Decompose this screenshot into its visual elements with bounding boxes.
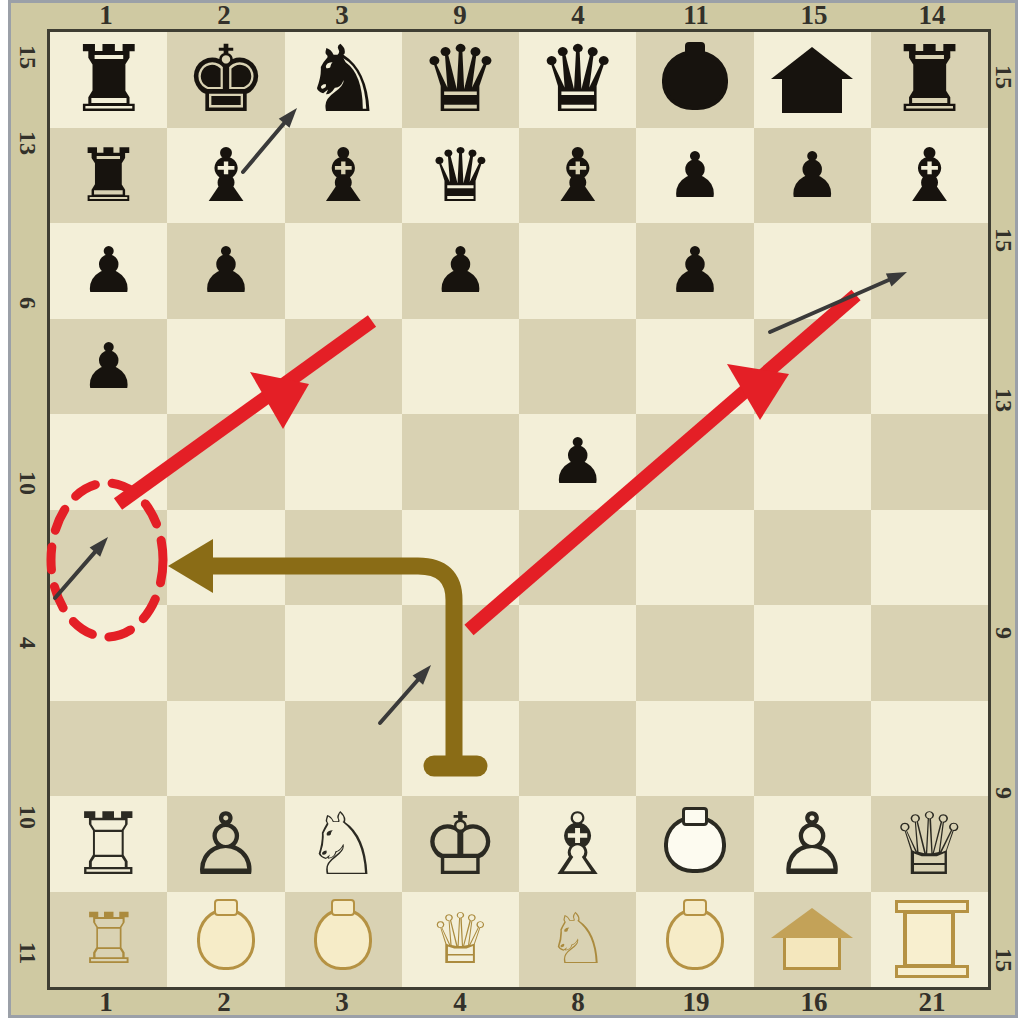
square-r6c1[interactable] xyxy=(50,510,167,606)
coord-right-3: 13 xyxy=(989,384,1019,416)
square-r2c8[interactable]: ♝ xyxy=(871,128,988,224)
square-r5c1[interactable] xyxy=(50,414,167,510)
piece-black-pawn[interactable]: ♟ xyxy=(784,144,840,207)
piece-black-knight[interactable]: ♞ xyxy=(302,34,384,126)
piece-white-bag[interactable] xyxy=(664,815,726,873)
square-r7c6[interactable] xyxy=(636,605,753,701)
square-r6c4[interactable] xyxy=(402,510,519,606)
square-r8c7[interactable] xyxy=(754,701,871,797)
coord-left-1: 15 xyxy=(13,41,43,73)
square-r5c7[interactable] xyxy=(754,414,871,510)
piece-white-king[interactable]: ♔ xyxy=(422,801,499,887)
square-r5c6[interactable] xyxy=(636,414,753,510)
piece-tan-pillar[interactable] xyxy=(903,910,955,968)
piece-black-bishop[interactable]: ♝ xyxy=(544,138,610,212)
piece-white-bishop[interactable]: ♗ xyxy=(539,801,616,887)
square-r8c2[interactable] xyxy=(167,701,284,797)
square-r4c2[interactable] xyxy=(167,319,284,415)
piece-black-pawn[interactable]: ♟ xyxy=(549,430,605,493)
piece-white-pawn[interactable]: ♙ xyxy=(774,801,851,887)
piece-tan-bag[interactable] xyxy=(197,908,255,970)
piece-white-rook[interactable]: ♖ xyxy=(70,801,147,887)
coord-bottom-3: 3 xyxy=(283,987,401,1018)
square-r6c5[interactable] xyxy=(519,510,636,606)
square-r7c3[interactable] xyxy=(285,605,402,701)
piece-black-house[interactable] xyxy=(771,47,853,113)
square-r5c4[interactable] xyxy=(402,414,519,510)
square-r9c3[interactable]: ♘ xyxy=(285,796,402,892)
square-r8c1[interactable] xyxy=(50,701,167,797)
square-r7c4[interactable] xyxy=(402,605,519,701)
piece-black-crown[interactable]: ♛ xyxy=(536,34,618,126)
piece-black-rook[interactable]: ♜ xyxy=(67,34,149,126)
piece-white-pawn[interactable]: ♙ xyxy=(187,801,264,887)
coord-right-6: 15 xyxy=(989,944,1019,976)
coord-top-5: 4 xyxy=(519,0,637,31)
piece-black-orb[interactable] xyxy=(662,50,728,110)
square-r8c5[interactable] xyxy=(519,701,636,797)
square-r3c1[interactable]: ♟ xyxy=(50,223,167,319)
coord-left-3: 6 xyxy=(13,287,43,319)
coord-top-7: 15 xyxy=(755,0,873,31)
square-r7c8[interactable] xyxy=(871,605,988,701)
coord-bottom-6: 19 xyxy=(637,987,755,1018)
coord-top-2: 2 xyxy=(165,0,283,31)
coordinates-bottom: 12348191621 xyxy=(47,987,991,1017)
square-r7c1[interactable] xyxy=(50,605,167,701)
piece-black-bishop[interactable]: ♝ xyxy=(310,138,376,212)
square-r7c5[interactable] xyxy=(519,605,636,701)
square-r8c3[interactable] xyxy=(285,701,402,797)
square-r10c6[interactable] xyxy=(636,892,753,988)
square-r3c7[interactable] xyxy=(754,223,871,319)
square-r2c4[interactable]: ♛ xyxy=(402,128,519,224)
square-r6c7[interactable] xyxy=(754,510,871,606)
piece-white-knight[interactable]: ♘ xyxy=(305,801,382,887)
square-r10c3[interactable] xyxy=(285,892,402,988)
coord-bottom-7: 16 xyxy=(755,987,873,1018)
coord-left-2: 13 xyxy=(13,127,43,159)
piece-black-pawn[interactable]: ♟ xyxy=(198,239,254,302)
square-r10c1[interactable]: ♖ xyxy=(50,892,167,988)
square-r6c3[interactable] xyxy=(285,510,402,606)
square-r9c4[interactable]: ♔ xyxy=(402,796,519,892)
square-r8c8[interactable] xyxy=(871,701,988,797)
piece-black-queen[interactable]: ♛ xyxy=(419,34,501,126)
square-r9c7[interactable]: ♙ xyxy=(754,796,871,892)
coord-top-4: 9 xyxy=(401,0,519,31)
square-r6c2[interactable] xyxy=(167,510,284,606)
coord-right-4: 9 xyxy=(989,617,1019,649)
square-r4c5[interactable] xyxy=(519,319,636,415)
piece-tan-bag[interactable] xyxy=(314,908,372,970)
square-r3c2[interactable]: ♟ xyxy=(167,223,284,319)
piece-black-striped-rook[interactable]: ♜ xyxy=(75,138,141,212)
piece-black-pawn[interactable]: ♟ xyxy=(80,239,136,302)
piece-black-rook[interactable]: ♜ xyxy=(888,34,970,126)
coord-bottom-1: 1 xyxy=(47,987,165,1018)
square-r4c3[interactable] xyxy=(285,319,402,415)
piece-black-pawn[interactable]: ♟ xyxy=(667,144,723,207)
square-r7c7[interactable] xyxy=(754,605,871,701)
coord-bottom-5: 8 xyxy=(519,987,637,1018)
square-r10c4[interactable]: ♕ xyxy=(402,892,519,988)
coord-top-6: 11 xyxy=(637,0,755,31)
square-r9c6[interactable] xyxy=(636,796,753,892)
coord-left-5: 4 xyxy=(13,627,43,659)
square-r3c8[interactable] xyxy=(871,223,988,319)
square-r10c7[interactable] xyxy=(754,892,871,988)
square-r1c6[interactable] xyxy=(636,32,753,128)
square-r10c5[interactable]: ♘ xyxy=(519,892,636,988)
square-r1c5[interactable]: ♛ xyxy=(519,32,636,128)
square-r9c1[interactable]: ♖ xyxy=(50,796,167,892)
square-r6c6[interactable] xyxy=(636,510,753,606)
square-r1c4[interactable]: ♛ xyxy=(402,32,519,128)
coord-bottom-8: 21 xyxy=(873,987,991,1018)
square-r9c2[interactable]: ♙ xyxy=(167,796,284,892)
square-r2c3[interactable]: ♝ xyxy=(285,128,402,224)
square-r3c4[interactable]: ♟ xyxy=(402,223,519,319)
coord-top-3: 3 xyxy=(283,0,401,31)
piece-black-pawn[interactable]: ♟ xyxy=(667,239,723,302)
coordinates-top: 12394111514 xyxy=(47,0,991,28)
piece-white-queen[interactable]: ♕ xyxy=(891,801,968,887)
coord-left-6: 10 xyxy=(13,801,43,833)
coord-right-5: 9 xyxy=(989,777,1019,809)
coord-right-1: 15 xyxy=(989,61,1019,93)
square-r10c2[interactable] xyxy=(167,892,284,988)
piece-tan-knight[interactable]: ♘ xyxy=(546,904,609,974)
chess-board: ♜♚♞♛♛♜♜♝♝♛♝♟♟♝♟♟♟♟♟♟♖♙♘♔♗♙♕♖♕♘ xyxy=(47,29,991,990)
coord-top-8: 14 xyxy=(873,0,991,31)
square-r5c5[interactable]: ♟ xyxy=(519,414,636,510)
piece-tan-rook[interactable]: ♖ xyxy=(77,904,140,974)
piece-black-bishop[interactable]: ♝ xyxy=(896,138,962,212)
coord-bottom-4: 4 xyxy=(401,987,519,1018)
square-r8c6[interactable] xyxy=(636,701,753,797)
piece-tan-house[interactable] xyxy=(771,908,853,970)
coord-right-2: 15 xyxy=(989,224,1019,256)
square-r2c6[interactable]: ♟ xyxy=(636,128,753,224)
square-r6c8[interactable] xyxy=(871,510,988,606)
square-r3c5[interactable] xyxy=(519,223,636,319)
square-r1c3[interactable]: ♞ xyxy=(285,32,402,128)
square-r4c7[interactable] xyxy=(754,319,871,415)
square-r2c7[interactable]: ♟ xyxy=(754,128,871,224)
coord-left-7: 11 xyxy=(13,937,43,969)
piece-black-pawn[interactable]: ♟ xyxy=(80,335,136,398)
piece-black-pawn[interactable]: ♟ xyxy=(432,239,488,302)
square-r3c3[interactable] xyxy=(285,223,402,319)
square-r5c2[interactable] xyxy=(167,414,284,510)
chess-diagram: ♜♚♞♛♛♜♜♝♝♛♝♟♟♝♟♟♟♟♟♟♖♙♘♔♗♙♕♖♕♘ 123941115… xyxy=(0,0,1024,1024)
square-r4c1[interactable]: ♟ xyxy=(50,319,167,415)
piece-tan-queen-crown[interactable]: ♕ xyxy=(429,904,492,974)
square-r9c8[interactable]: ♕ xyxy=(871,796,988,892)
square-r2c2[interactable]: ♝ xyxy=(167,128,284,224)
square-r8c4[interactable] xyxy=(402,701,519,797)
coord-bottom-2: 2 xyxy=(165,987,283,1018)
square-r10c8[interactable] xyxy=(871,892,988,988)
piece-tan-bag[interactable] xyxy=(666,908,724,970)
coord-left-4: 10 xyxy=(13,467,43,499)
square-r5c8[interactable] xyxy=(871,414,988,510)
square-r1c7[interactable] xyxy=(754,32,871,128)
square-r7c2[interactable] xyxy=(167,605,284,701)
square-r4c6[interactable] xyxy=(636,319,753,415)
piece-black-king[interactable]: ♚ xyxy=(185,34,267,126)
piece-black-bishop[interactable]: ♝ xyxy=(193,138,259,212)
piece-black-small-queen[interactable]: ♛ xyxy=(427,138,493,212)
square-r9c5[interactable]: ♗ xyxy=(519,796,636,892)
square-r1c8[interactable]: ♜ xyxy=(871,32,988,128)
square-r2c1[interactable]: ♜ xyxy=(50,128,167,224)
square-r5c3[interactable] xyxy=(285,414,402,510)
square-r1c2[interactable]: ♚ xyxy=(167,32,284,128)
square-r3c6[interactable]: ♟ xyxy=(636,223,753,319)
square-r1c1[interactable]: ♜ xyxy=(50,32,167,128)
square-r4c8[interactable] xyxy=(871,319,988,415)
square-r2c5[interactable]: ♝ xyxy=(519,128,636,224)
square-r4c4[interactable] xyxy=(402,319,519,415)
coord-top-1: 1 xyxy=(47,0,165,31)
